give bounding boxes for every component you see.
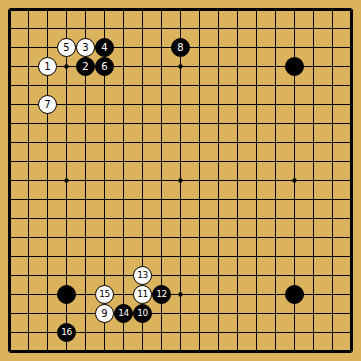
stone-white-15: 15 (95, 285, 114, 304)
move-number: 8 (177, 43, 183, 53)
move-number: 10 (137, 309, 147, 318)
stone-black-12: 12 (152, 285, 171, 304)
stone-black-4: 4 (95, 38, 114, 57)
move-number: 16 (61, 328, 71, 337)
move-number: 1 (44, 62, 50, 72)
move-number: 6 (101, 62, 107, 72)
stone-white-1: 1 (38, 57, 57, 76)
stone-black-16: 16 (57, 323, 76, 342)
stone-white-5: 5 (57, 38, 76, 57)
move-number: 13 (137, 271, 147, 280)
stone-black-2: 2 (76, 57, 95, 76)
stone-black-14: 14 (114, 304, 133, 323)
stone-white-11: 11 (133, 285, 152, 304)
stone-white-9: 9 (95, 304, 114, 323)
stones-layer: 12345678910111213141516 (0, 0, 361, 361)
stone-white-7: 7 (38, 95, 57, 114)
move-number: 2 (82, 62, 88, 72)
stone-black-6: 6 (95, 57, 114, 76)
move-number: 3 (82, 43, 88, 53)
stone-black-setup (285, 57, 304, 76)
move-number: 9 (101, 309, 107, 319)
move-number: 7 (44, 100, 50, 110)
move-number: 14 (118, 309, 128, 318)
stone-white-13: 13 (133, 266, 152, 285)
stone-black-10: 10 (133, 304, 152, 323)
stone-black-setup (285, 285, 304, 304)
stone-black-setup (57, 285, 76, 304)
move-number: 5 (63, 43, 69, 53)
move-number: 12 (156, 290, 166, 299)
stone-black-8: 8 (171, 38, 190, 57)
go-board[interactable]: 12345678910111213141516 (0, 0, 361, 361)
move-number: 11 (137, 290, 147, 299)
move-number: 4 (101, 43, 107, 53)
move-number: 15 (99, 290, 109, 299)
stone-white-3: 3 (76, 38, 95, 57)
